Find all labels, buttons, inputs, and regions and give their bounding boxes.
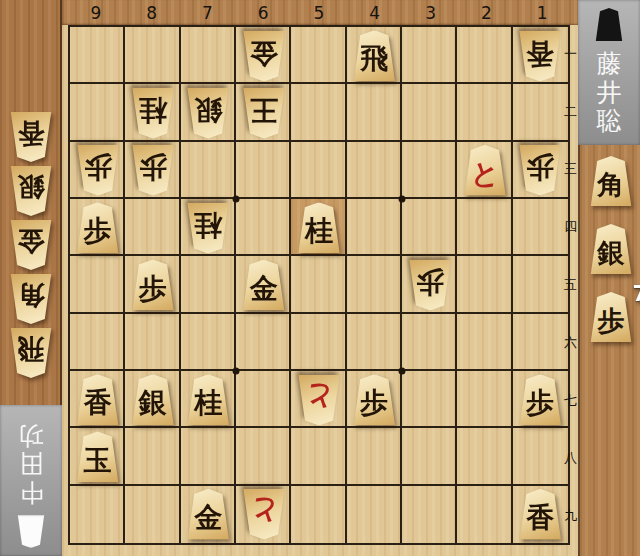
piece-金-gote-61[interactable]: 金 [240, 30, 287, 81]
sente-name-char: 聡 [597, 107, 622, 136]
gote-name-char: 中 [19, 478, 44, 507]
piece-glyph: 歩 [526, 383, 554, 417]
piece-glyph: 香 [84, 383, 112, 417]
gote-name-plate: 中田功 [0, 405, 62, 556]
piece-銀-sente-87[interactable]: 銀 [130, 374, 177, 425]
gote-hand-piece-金[interactable]: 金 [8, 220, 54, 270]
rank-label-9: 九 [562, 487, 579, 545]
black-piece-icon [594, 8, 624, 41]
file-label-8: 8 [124, 0, 180, 25]
piece-香-sente-97[interactable]: 香 [74, 374, 121, 425]
sente-hand-piece-歩[interactable]: 歩7 [588, 292, 634, 342]
piece-王-gote-62[interactable]: 王 [240, 88, 287, 139]
piece-glyph: 角 [598, 165, 625, 198]
piece-と-sente-23[interactable]: と [462, 145, 509, 196]
piece-と-gote-69[interactable]: と [240, 489, 287, 540]
rank-label-3: 三 [562, 141, 579, 199]
rank-label-8: 八 [562, 429, 579, 487]
piece-glyph: 王 [250, 96, 278, 130]
sente-hand-piece-銀[interactable]: 銀 [588, 224, 634, 274]
piece-glyph: 飛 [360, 39, 388, 73]
piece-玉-sente-98[interactable]: 玉 [74, 432, 121, 483]
gote-hand-piece-銀[interactable]: 銀 [8, 166, 54, 216]
piece-glyph: 歩 [139, 268, 167, 302]
piece-glyph: 金 [194, 497, 222, 531]
file-label-1: 1 [514, 0, 570, 25]
sente-hand-piece-角[interactable]: 角 [588, 156, 634, 206]
sente-name-char: 藤 [597, 50, 622, 79]
piece-桂-sente-54[interactable]: 桂 [296, 202, 343, 253]
gote-name-char: 功 [19, 421, 44, 450]
piece-歩-sente-85[interactable]: 歩 [130, 260, 177, 311]
sente-captured-pieces: 角銀歩7 [588, 156, 634, 342]
piece-歩-sente-47[interactable]: 歩 [351, 374, 398, 425]
piece-glyph: 歩 [84, 153, 112, 187]
piece-glyph: 銀 [598, 233, 625, 266]
rank-label-2: 二 [562, 83, 579, 141]
rank-label-7: 七 [562, 372, 579, 430]
file-label-2: 2 [458, 0, 514, 25]
piece-glyph: 角 [18, 283, 45, 316]
gote-sidebar: 香銀金角飛 中田功 [0, 0, 62, 556]
sente-player-name: 藤井聡 [597, 50, 622, 136]
piece-glyph: と [305, 383, 334, 417]
piece-glyph: 歩 [598, 301, 625, 334]
shogi-app: 香銀金角飛 中田功 987654321 金飛香桂銀王歩歩と歩歩桂桂歩金歩香銀桂と… [0, 0, 640, 556]
piece-glyph: 香 [526, 497, 554, 531]
piece-glyph: 歩 [526, 153, 554, 187]
file-coordinates: 987654321 [62, 0, 578, 25]
piece-香-gote-11[interactable]: 香 [517, 30, 564, 81]
board-panel: 987654321 金飛香桂銀王歩歩と歩歩桂桂歩金歩香銀桂と歩歩玉金と香 一二三… [62, 0, 578, 556]
piece-glyph: 銀 [194, 96, 222, 130]
piece-香-sente-19[interactable]: 香 [517, 489, 564, 540]
gote-player-name: 中田功 [19, 421, 44, 507]
piece-glyph: 飛 [18, 337, 45, 370]
piece-glyph: と [471, 153, 500, 187]
piece-飛-sente-41[interactable]: 飛 [351, 30, 398, 81]
piece-glyph: 金 [250, 268, 278, 302]
sente-name-plate: 藤井聡 [578, 0, 640, 145]
board-pieces-layer: 金飛香桂銀王歩歩と歩歩桂桂歩金歩香銀桂と歩歩玉金と香 [70, 27, 568, 543]
piece-と-gote-57[interactable]: と [296, 374, 343, 425]
file-label-3: 3 [403, 0, 459, 25]
piece-glyph: 玉 [84, 440, 112, 474]
piece-glyph: 金 [18, 229, 45, 262]
piece-歩-sente-17[interactable]: 歩 [517, 374, 564, 425]
file-label-4: 4 [347, 0, 403, 25]
sente-hand-count-歩: 7 [632, 282, 640, 306]
piece-歩-gote-13[interactable]: 歩 [517, 145, 564, 196]
piece-歩-sente-94[interactable]: 歩 [74, 202, 121, 253]
piece-glyph: 銀 [139, 383, 167, 417]
gote-name-char: 田 [19, 449, 44, 478]
file-label-9: 9 [68, 0, 124, 25]
piece-glyph: 桂 [305, 211, 333, 245]
piece-桂-sente-77[interactable]: 桂 [185, 374, 232, 425]
piece-桂-gote-74[interactable]: 桂 [185, 202, 232, 253]
piece-glyph: 香 [526, 39, 554, 73]
piece-glyph: 桂 [194, 383, 222, 417]
gote-hand-piece-角[interactable]: 角 [8, 274, 54, 324]
piece-歩-gote-35[interactable]: 歩 [406, 260, 453, 311]
piece-glyph: 銀 [18, 175, 45, 208]
piece-glyph: 桂 [194, 211, 222, 245]
white-piece-icon [16, 515, 46, 548]
sente-name-char: 井 [597, 79, 622, 108]
piece-glyph: 歩 [360, 383, 388, 417]
piece-歩-gote-83[interactable]: 歩 [130, 145, 177, 196]
rank-label-5: 五 [562, 256, 579, 314]
rank-label-4: 四 [562, 198, 579, 256]
piece-glyph: 歩 [139, 153, 167, 187]
gote-hand-piece-飛[interactable]: 飛 [8, 328, 54, 378]
sente-sidebar: 藤井聡 角銀歩7 [578, 0, 640, 556]
piece-金-sente-65[interactable]: 金 [240, 260, 287, 311]
piece-桂-gote-82[interactable]: 桂 [130, 88, 177, 139]
rank-label-6: 六 [562, 314, 579, 372]
rank-label-1: 一 [562, 25, 579, 83]
gote-hand-piece-香[interactable]: 香 [8, 112, 54, 162]
piece-glyph: 金 [250, 39, 278, 73]
piece-銀-gote-72[interactable]: 銀 [185, 88, 232, 139]
piece-金-sente-79[interactable]: 金 [185, 489, 232, 540]
piece-glyph: 歩 [84, 211, 112, 245]
file-label-5: 5 [291, 0, 347, 25]
piece-glyph: 桂 [139, 96, 167, 130]
piece-glyph: 香 [18, 121, 45, 154]
piece-glyph: 歩 [416, 268, 444, 302]
gote-captured-pieces: 香銀金角飛 [8, 112, 54, 378]
file-label-7: 7 [180, 0, 236, 25]
piece-歩-gote-93[interactable]: 歩 [74, 145, 121, 196]
piece-glyph: と [249, 497, 278, 531]
rank-coordinates: 一二三四五六七八九 [562, 25, 579, 545]
file-label-6: 6 [235, 0, 291, 25]
